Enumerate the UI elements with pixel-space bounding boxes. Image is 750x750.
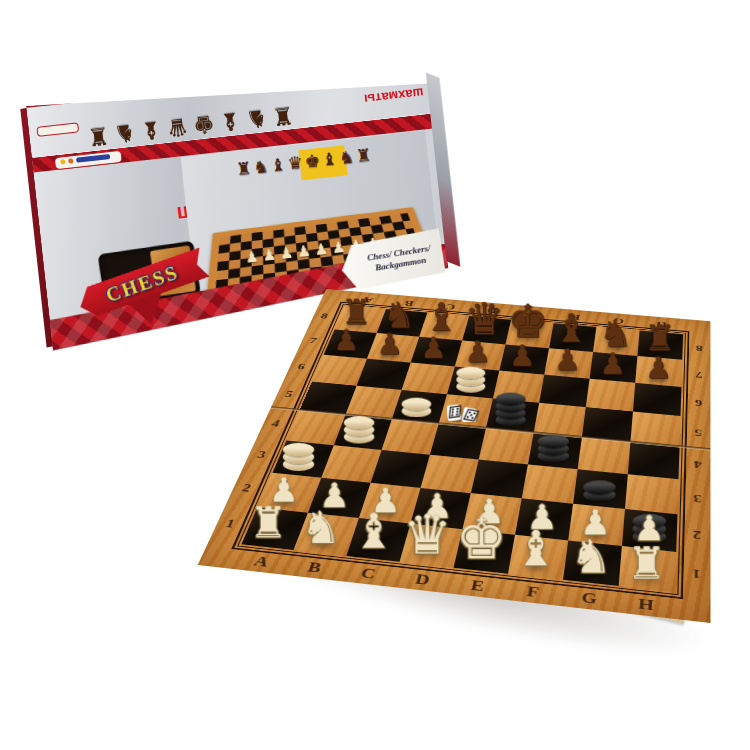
rank-label-right-8: 8 xyxy=(690,335,709,362)
file-label-bottom-C: C xyxy=(338,562,398,587)
file-label-bottom-F: F xyxy=(503,581,562,606)
die-1: ⚅ xyxy=(446,404,462,422)
piece-light-queen-d1: ♛ xyxy=(403,507,452,562)
square-e4 xyxy=(479,428,534,464)
square-c4 xyxy=(382,419,439,455)
rank-label-right-5: 5 xyxy=(688,417,709,450)
square-d4 xyxy=(430,423,486,459)
piece-dark-pawn-f7: ♟ xyxy=(554,345,580,374)
checker-stack-dark-e5 xyxy=(495,387,527,427)
rank-label-left-5: 5 xyxy=(273,379,305,409)
file-label-bottom-E: E xyxy=(448,574,507,599)
rank-label-right-4: 4 xyxy=(687,447,708,482)
square-h4 xyxy=(628,442,680,479)
square-f6 xyxy=(539,375,589,407)
file-label-bottom-H: H xyxy=(617,593,675,619)
file-label-bottom-B: B xyxy=(284,557,344,581)
piece-dark-pawn-b7: ♟ xyxy=(377,330,403,359)
checker-light xyxy=(456,367,485,380)
square-h7: ♟ xyxy=(635,356,682,387)
rank-label-left-7: 7 xyxy=(299,327,328,354)
checker-stack-dark-g3 xyxy=(582,459,616,502)
square-h1: ♜ xyxy=(619,546,677,592)
rank-label-right-1: 1 xyxy=(684,553,708,596)
piece-dark-pawn-e7: ♟ xyxy=(509,341,535,370)
rank-label-left-3: 3 xyxy=(244,438,278,472)
piece-light-rook-a1: ♜ xyxy=(250,501,288,544)
piece-light-bishop-f1: ♝ xyxy=(514,525,557,573)
rank-label-right-7: 7 xyxy=(689,361,708,390)
piece-light-knight-b1: ♞ xyxy=(301,505,341,550)
square-g1: ♞ xyxy=(563,540,622,586)
square-e5 xyxy=(486,398,539,432)
square-d1: ♛ xyxy=(400,524,463,568)
checker-stack-dark-f4 xyxy=(537,421,570,462)
rank-label-right-2: 2 xyxy=(685,515,708,555)
chessboard: ♜♞♝♛♚♝♞♜♟♟♟♟♟♟♟♟⚅⚄♟♟♟♟♟♟♟♟♜♞♝♛♚♝♞♜ ABCDE… xyxy=(198,289,711,623)
dice-pair: ⚅⚄ xyxy=(447,401,481,421)
checker-light xyxy=(344,416,374,429)
rank-label-right-6: 6 xyxy=(688,388,708,419)
file-label-bottom-D: D xyxy=(392,568,451,593)
rank-label-left-6: 6 xyxy=(286,352,316,380)
square-h6 xyxy=(633,383,681,416)
rank-label-right-3: 3 xyxy=(686,480,708,517)
square-f7: ♟ xyxy=(544,348,593,379)
piece-dark-pawn-a7: ♟ xyxy=(333,326,359,355)
checker-dark xyxy=(496,393,526,406)
checker-light xyxy=(402,398,432,411)
die-2: ⚄ xyxy=(461,407,478,425)
square-e7: ♟ xyxy=(499,344,549,374)
piece-light-knight-g1: ♞ xyxy=(570,533,611,579)
piece-light-rook-h1: ♜ xyxy=(627,541,667,585)
square-e1: ♚ xyxy=(454,529,516,574)
product-photo-scene: ♜♞♝♚♛♝♞♜ шахматы шахматы ♜♞♝♛♚♝♞♜ ♟♟♟♟♟♟… xyxy=(0,0,750,750)
square-b4 xyxy=(334,415,392,450)
square-h5 xyxy=(630,411,680,446)
square-g7: ♟ xyxy=(590,352,638,383)
checker-dark xyxy=(538,435,569,448)
square-a1: ♜ xyxy=(241,507,308,550)
board-wrap: ♜♞♝♛♚♝♞♜♟♟♟♟♟♟♟♟⚅⚄♟♟♟♟♟♟♟♟♜♞♝♛♚♝♞♜ ABCDE… xyxy=(264,206,708,650)
piece-light-king-e1: ♚ xyxy=(456,510,507,567)
piece-dark-pawn-g7: ♟ xyxy=(599,349,625,378)
checker-stack-light-c5 xyxy=(401,378,433,418)
piece-dark-pawn-h7: ♟ xyxy=(645,353,671,383)
checker-stack-light-b4 xyxy=(343,403,376,444)
file-label-bottom-G: G xyxy=(560,587,619,613)
square-f4 xyxy=(528,433,582,470)
piece-light-bishop-c1: ♝ xyxy=(353,508,396,556)
checker-stack-light-a3 xyxy=(282,429,315,471)
square-g6 xyxy=(586,379,635,412)
piece-dark-pawn-c7: ♟ xyxy=(420,333,446,362)
checker-stack-light-d6 xyxy=(455,354,486,393)
board-3d-plane: ♜♞♝♛♚♝♞♜♟♟♟♟♟♟♟♟⚅⚄♟♟♟♟♟♟♟♟♜♞♝♛♚♝♞♜ ABCDE… xyxy=(198,289,711,623)
square-d5: ⚅⚄ xyxy=(439,394,493,428)
checker-dark xyxy=(583,480,615,494)
box-flap-title: шахматы xyxy=(363,85,424,106)
checker-light xyxy=(283,443,314,457)
square-d6 xyxy=(447,367,499,399)
square-f1: ♝ xyxy=(508,535,568,580)
rank-labels-right: 12345678 xyxy=(684,335,708,596)
